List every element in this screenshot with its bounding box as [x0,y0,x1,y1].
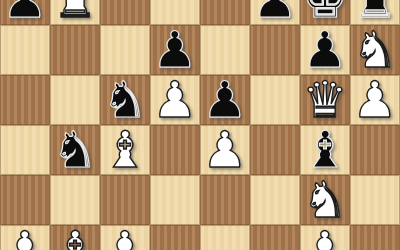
square-f7[interactable]: ♟ [250,0,300,25]
square-b3[interactable] [50,175,100,225]
piece-white-bishop[interactable]: ♝ [103,125,148,175]
square-f4[interactable] [250,125,300,175]
piece-white-queen[interactable]: ♛ [303,75,348,125]
piece-black-pawn[interactable]: ♟ [303,25,348,75]
chess-board: ♟♜♟♚♜♟♟♞♞♟♟♛♟♞♝♟♝♞♟♝♟♟ [0,0,400,250]
piece-white-knight[interactable]: ♞ [303,175,348,225]
square-e4[interactable]: ♟ [200,125,250,175]
square-c2[interactable]: ♟ [100,225,150,250]
square-g5[interactable]: ♛ [300,75,350,125]
square-b6[interactable] [50,25,100,75]
square-c4[interactable]: ♝ [100,125,150,175]
square-b7[interactable]: ♜ [50,0,100,25]
square-a4[interactable] [0,125,50,175]
piece-white-pawn[interactable]: ♟ [3,225,48,250]
piece-white-rook[interactable]: ♜ [53,0,98,25]
square-g3[interactable]: ♞ [300,175,350,225]
piece-white-pawn[interactable]: ♟ [103,225,148,250]
square-e6[interactable] [200,25,250,75]
square-g4[interactable]: ♝ [300,125,350,175]
square-h2[interactable] [350,225,400,250]
square-h5[interactable]: ♟ [350,75,400,125]
square-e3[interactable] [200,175,250,225]
piece-white-pawn[interactable]: ♟ [303,225,348,250]
piece-black-knight[interactable]: ♞ [103,75,148,125]
square-h4[interactable] [350,125,400,175]
piece-white-pawn[interactable]: ♟ [203,125,248,175]
square-a2[interactable]: ♟ [0,225,50,250]
square-c7[interactable] [100,0,150,25]
piece-black-pawn[interactable]: ♟ [3,0,48,25]
square-d2[interactable] [150,225,200,250]
square-h6[interactable]: ♞ [350,25,400,75]
square-b2[interactable]: ♝ [50,225,100,250]
piece-black-pawn[interactable]: ♟ [153,25,198,75]
square-d4[interactable] [150,125,200,175]
square-d3[interactable] [150,175,200,225]
square-f6[interactable] [250,25,300,75]
square-d5[interactable]: ♟ [150,75,200,125]
piece-white-knight[interactable]: ♞ [353,25,398,75]
square-c6[interactable] [100,25,150,75]
square-a3[interactable] [0,175,50,225]
chess-board-viewport: ♟♜♟♚♜♟♟♞♞♟♟♛♟♞♝♟♝♞♟♝♟♟ [0,0,400,250]
square-g6[interactable]: ♟ [300,25,350,75]
piece-white-pawn[interactable]: ♟ [353,75,398,125]
square-e5[interactable]: ♟ [200,75,250,125]
square-f5[interactable] [250,75,300,125]
square-b5[interactable] [50,75,100,125]
square-a6[interactable] [0,25,50,75]
square-d6[interactable]: ♟ [150,25,200,75]
piece-white-pawn[interactable]: ♟ [153,75,198,125]
square-a7[interactable]: ♟ [0,0,50,25]
square-c3[interactable] [100,175,150,225]
square-b4[interactable]: ♞ [50,125,100,175]
piece-black-bishop[interactable]: ♝ [303,125,348,175]
piece-black-pawn[interactable]: ♟ [253,0,298,25]
piece-black-knight[interactable]: ♞ [53,125,98,175]
square-h3[interactable] [350,175,400,225]
piece-black-pawn[interactable]: ♟ [203,75,248,125]
square-a5[interactable] [0,75,50,125]
piece-white-bishop[interactable]: ♝ [53,225,98,250]
square-e2[interactable] [200,225,250,250]
square-c5[interactable]: ♞ [100,75,150,125]
square-f3[interactable] [250,175,300,225]
square-g2[interactable]: ♟ [300,225,350,250]
square-e7[interactable] [200,0,250,25]
square-f2[interactable] [250,225,300,250]
